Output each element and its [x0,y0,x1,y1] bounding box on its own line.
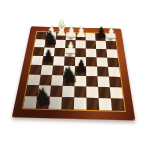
board-scene: ♟♝♟♟♟♟♞♟♟♟♞♞ [22,13,129,120]
piece-black-knight-b1[interactable]: ♞ [32,84,53,108]
square-b1[interactable]: ♞ [36,96,50,108]
square-f3[interactable] [86,76,98,87]
square-h2[interactable] [110,87,123,99]
square-a4[interactable] [29,65,42,75]
square-h1[interactable] [111,98,125,110]
piece-black-knight-d3[interactable]: ♞ [59,63,79,85]
square-e1[interactable] [74,97,87,109]
piece-white-pawn-h8[interactable]: ♟ [104,26,117,41]
square-h4[interactable] [108,67,120,77]
square-h6[interactable] [106,49,117,58]
square-h5[interactable] [107,58,119,67]
square-h8[interactable]: ♟ [105,33,116,41]
square-d2[interactable] [62,86,75,98]
square-f2[interactable] [86,87,98,99]
square-g2[interactable] [98,87,111,99]
square-h3[interactable] [109,77,122,88]
square-d1[interactable] [61,97,74,109]
square-e2[interactable] [74,86,86,98]
square-d3[interactable]: ♞ [63,75,75,86]
piece-white-pawn-e8[interactable]: ♟ [74,25,87,40]
square-f1[interactable] [86,98,99,110]
square-g3[interactable] [97,76,109,87]
chessboard: ♟♝♟♟♟♟♞♟♟♟♞♞ [22,31,126,112]
piece-white-pawn-d6[interactable]: ♟ [63,40,77,56]
piece-black-knight-b7[interactable]: ♞ [41,28,58,47]
square-f7[interactable] [86,41,96,49]
piece-black-pawn-b5[interactable]: ♟ [40,48,55,64]
square-g4[interactable] [97,67,109,77]
board-frame: ♟♝♟♟♟♟♞♟♟♟♞♞ [12,26,135,120]
square-b5[interactable]: ♟ [42,56,54,65]
square-h7[interactable] [106,41,117,49]
square-g1[interactable] [99,98,112,110]
board-3d: ♟♝♟♟♟♟♞♟♟♟♞♞ [12,26,135,120]
